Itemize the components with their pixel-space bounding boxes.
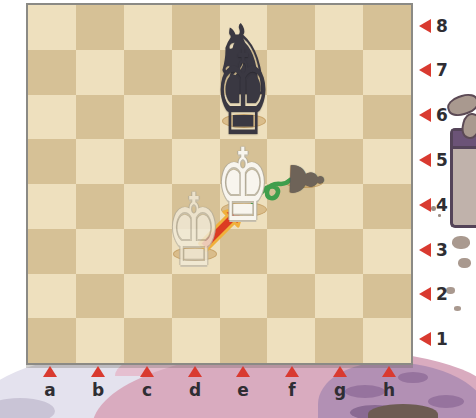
file-label-a: a — [37, 366, 63, 400]
file-label-h: h — [376, 366, 402, 400]
square-h5[interactable] — [363, 139, 411, 184]
rank-label-7: 7 — [419, 61, 448, 79]
rank-label-8: 8 — [419, 17, 448, 35]
file-marker-icon — [140, 366, 154, 377]
file-label-f: f — [279, 366, 305, 400]
file-letter: e — [237, 380, 249, 400]
square-f3[interactable] — [267, 229, 315, 274]
file-letter: c — [142, 380, 152, 400]
rank-number: 7 — [436, 60, 448, 80]
square-a6[interactable] — [28, 95, 76, 140]
rank-number: 8 — [436, 16, 448, 36]
file-marker-icon — [382, 366, 396, 377]
rank-marker-icon — [419, 108, 431, 122]
file-label-b: b — [85, 366, 111, 400]
file-letter: a — [44, 380, 55, 400]
square-a5[interactable] — [28, 139, 76, 184]
square-c5[interactable] — [124, 139, 172, 184]
square-f1[interactable] — [267, 318, 315, 363]
square-c1[interactable] — [124, 318, 172, 363]
file-marker-icon — [333, 366, 347, 377]
floating-rock — [458, 258, 471, 268]
square-h2[interactable] — [363, 274, 411, 319]
floating-rock — [452, 236, 470, 249]
rank-marker-icon — [419, 63, 431, 77]
piece-black-pawn-f4[interactable]: ♟ — [283, 156, 331, 204]
file-letter: f — [288, 380, 295, 400]
file-letter: b — [92, 380, 104, 400]
square-a2[interactable] — [28, 274, 76, 319]
square-e1[interactable] — [220, 318, 268, 363]
file-label-c: c — [134, 366, 160, 400]
square-h3[interactable] — [363, 229, 411, 274]
square-h6[interactable] — [363, 95, 411, 140]
rank-label-3: 3 — [419, 241, 448, 259]
rank-marker-icon — [419, 332, 431, 346]
square-g8[interactable] — [315, 5, 363, 50]
piece-white-king-e4[interactable]: ♚ — [213, 135, 273, 235]
rank-label-6: 6 — [419, 106, 448, 124]
file-marker-icon — [91, 366, 105, 377]
square-b7[interactable] — [76, 50, 124, 95]
file-label-e: e — [230, 366, 256, 400]
square-c2[interactable] — [124, 274, 172, 319]
rank-marker-icon — [419, 19, 431, 33]
square-b2[interactable] — [76, 274, 124, 319]
castle-tower — [450, 128, 476, 228]
rank-label-2: 2 — [419, 285, 448, 303]
square-g6[interactable] — [315, 95, 363, 140]
square-b8[interactable] — [76, 5, 124, 50]
square-b5[interactable] — [76, 139, 124, 184]
square-g3[interactable] — [315, 229, 363, 274]
rock-patch — [398, 372, 428, 383]
floating-rock — [454, 306, 461, 311]
square-h1[interactable] — [363, 318, 411, 363]
file-marker-icon — [236, 366, 250, 377]
rank-marker-icon — [419, 198, 431, 212]
square-h7[interactable] — [363, 50, 411, 95]
rank-label-1: 1 — [419, 330, 448, 348]
rank-number: 4 — [436, 195, 448, 215]
square-b1[interactable] — [76, 318, 124, 363]
square-a3[interactable] — [28, 229, 76, 274]
rank-number: 1 — [436, 329, 448, 349]
square-c7[interactable] — [124, 50, 172, 95]
square-h8[interactable] — [363, 5, 411, 50]
rank-number: 6 — [436, 105, 448, 125]
rank-number: 2 — [436, 284, 448, 304]
file-letter: g — [334, 380, 346, 400]
file-marker-icon — [285, 366, 299, 377]
square-c8[interactable] — [124, 5, 172, 50]
file-letter: h — [383, 380, 395, 400]
rank-marker-icon — [419, 243, 431, 257]
square-b3[interactable] — [76, 229, 124, 274]
square-b4[interactable] — [76, 184, 124, 229]
square-a1[interactable] — [28, 318, 76, 363]
rank-number: 5 — [436, 150, 448, 170]
square-b6[interactable] — [76, 95, 124, 140]
square-c6[interactable] — [124, 95, 172, 140]
rank-number: 3 — [436, 240, 448, 260]
rock-patch — [428, 395, 464, 408]
square-a4[interactable] — [28, 184, 76, 229]
rank-marker-icon — [419, 153, 431, 167]
square-e2[interactable] — [220, 274, 268, 319]
square-g1[interactable] — [315, 318, 363, 363]
file-letter: d — [189, 380, 201, 400]
square-a7[interactable] — [28, 50, 76, 95]
square-h4[interactable] — [363, 184, 411, 229]
square-g7[interactable] — [315, 50, 363, 95]
file-marker-icon — [188, 366, 202, 377]
dark-rock — [368, 404, 438, 418]
rank-label-5: 5 — [419, 151, 448, 169]
square-d1[interactable] — [172, 318, 220, 363]
square-a8[interactable] — [28, 5, 76, 50]
file-label-d: d — [182, 366, 208, 400]
square-f2[interactable] — [267, 274, 315, 319]
chess-lesson-scene: 87654321abcdefgh♞♚♚♚♟ — [0, 0, 476, 418]
rank-label-4: 4 — [419, 196, 448, 214]
file-label-g: g — [327, 366, 353, 400]
square-g2[interactable] — [315, 274, 363, 319]
rank-marker-icon — [419, 287, 431, 301]
file-marker-icon — [43, 366, 57, 377]
